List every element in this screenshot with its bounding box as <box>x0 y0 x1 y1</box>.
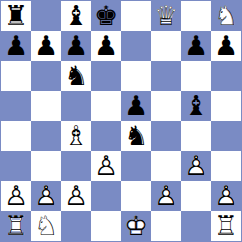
piece-black-pawn[interactable]: ♟ <box>61 31 91 61</box>
square-f1[interactable] <box>151 211 181 241</box>
piece-white-pawn[interactable]: ♟♙ <box>1 181 31 211</box>
piece-black-pawn[interactable]: ♟ <box>1 31 31 61</box>
square-a6[interactable] <box>1 61 31 91</box>
white-rook-outline-icon: ♖ <box>211 211 241 241</box>
square-h6[interactable] <box>211 61 241 91</box>
square-c5[interactable] <box>61 91 91 121</box>
piece-black-bishop[interactable]: ♝ <box>61 1 91 31</box>
black-bishop-icon: ♝ <box>181 91 211 121</box>
black-pawn-icon: ♟ <box>211 31 241 61</box>
square-g6[interactable] <box>181 61 211 91</box>
square-e3[interactable] <box>121 151 151 181</box>
piece-white-queen[interactable]: ♛♕ <box>151 1 181 31</box>
square-a2[interactable]: ♟♙ <box>1 181 31 211</box>
white-pawn-outline-icon: ♙ <box>31 181 61 211</box>
piece-white-pawn[interactable]: ♟♙ <box>211 181 241 211</box>
black-pawn-icon: ♟ <box>121 91 151 121</box>
piece-white-pawn[interactable]: ♟♙ <box>31 181 61 211</box>
square-f3[interactable] <box>151 151 181 181</box>
piece-white-king[interactable]: ♚♔ <box>121 211 151 241</box>
square-b6[interactable] <box>31 61 61 91</box>
square-c1[interactable] <box>61 211 91 241</box>
square-c7[interactable]: ♟ <box>61 31 91 61</box>
square-d1[interactable] <box>91 211 121 241</box>
black-king-icon: ♚ <box>91 1 121 31</box>
square-f6[interactable] <box>151 61 181 91</box>
square-d8[interactable]: ♚ <box>91 1 121 31</box>
square-d3[interactable]: ♟♙ <box>91 151 121 181</box>
square-g8[interactable] <box>181 1 211 31</box>
piece-white-bishop[interactable]: ♝♗ <box>61 121 91 151</box>
chess-board: ♜♝♚♛♕♞♘♟♟♟♟♟♟♞♟♝♝♗♞♟♙♟♙♟♙♟♙♟♙♟♙♟♙♜♖♞♘♚♔♜… <box>1 1 241 241</box>
square-g5[interactable]: ♝ <box>181 91 211 121</box>
piece-black-pawn[interactable]: ♟ <box>121 91 151 121</box>
square-h3[interactable] <box>211 151 241 181</box>
square-d2[interactable] <box>91 181 121 211</box>
piece-white-pawn[interactable]: ♟♙ <box>151 181 181 211</box>
square-f5[interactable] <box>151 91 181 121</box>
piece-white-knight[interactable]: ♞♘ <box>31 211 61 241</box>
square-c4[interactable]: ♝♗ <box>61 121 91 151</box>
square-a3[interactable] <box>1 151 31 181</box>
square-h2[interactable]: ♟♙ <box>211 181 241 211</box>
square-e6[interactable] <box>121 61 151 91</box>
white-pawn-outline-icon: ♙ <box>1 181 31 211</box>
square-e8[interactable] <box>121 1 151 31</box>
black-knight-icon: ♞ <box>61 61 91 91</box>
square-g2[interactable] <box>181 181 211 211</box>
square-h4[interactable] <box>211 121 241 151</box>
square-c3[interactable] <box>61 151 91 181</box>
square-f4[interactable] <box>151 121 181 151</box>
black-pawn-icon: ♟ <box>181 31 211 61</box>
black-rook-icon: ♜ <box>1 1 31 31</box>
square-c6[interactable]: ♞ <box>61 61 91 91</box>
square-h8[interactable]: ♞♘ <box>211 1 241 31</box>
square-g3[interactable]: ♟♙ <box>181 151 211 181</box>
square-e7[interactable] <box>121 31 151 61</box>
square-h1[interactable]: ♜♖ <box>211 211 241 241</box>
piece-black-rook[interactable]: ♜ <box>1 1 31 31</box>
white-knight-outline-icon: ♘ <box>31 211 61 241</box>
square-b8[interactable] <box>31 1 61 31</box>
square-g4[interactable] <box>181 121 211 151</box>
square-a4[interactable] <box>1 121 31 151</box>
square-d4[interactable] <box>91 121 121 151</box>
chess-board-frame: ♜♝♚♛♕♞♘♟♟♟♟♟♟♞♟♝♝♗♞♟♙♟♙♟♙♟♙♟♙♟♙♟♙♜♖♞♘♚♔♜… <box>0 0 242 242</box>
black-pawn-icon: ♟ <box>1 31 31 61</box>
white-queen-outline-icon: ♕ <box>151 1 181 31</box>
piece-black-pawn[interactable]: ♟ <box>91 31 121 61</box>
white-pawn-outline-icon: ♙ <box>61 181 91 211</box>
black-bishop-icon: ♝ <box>61 1 91 31</box>
square-a5[interactable] <box>1 91 31 121</box>
piece-black-pawn[interactable]: ♟ <box>211 31 241 61</box>
square-a7[interactable]: ♟ <box>1 31 31 61</box>
black-pawn-icon: ♟ <box>61 31 91 61</box>
white-bishop-outline-icon: ♗ <box>61 121 91 151</box>
square-f2[interactable]: ♟♙ <box>151 181 181 211</box>
square-f7[interactable] <box>151 31 181 61</box>
piece-white-rook[interactable]: ♜♖ <box>1 211 31 241</box>
square-d5[interactable] <box>91 91 121 121</box>
piece-white-rook[interactable]: ♜♖ <box>211 211 241 241</box>
white-rook-outline-icon: ♖ <box>1 211 31 241</box>
black-pawn-icon: ♟ <box>91 31 121 61</box>
white-king-outline-icon: ♔ <box>121 211 151 241</box>
white-knight-outline-icon: ♘ <box>211 1 241 31</box>
piece-black-knight[interactable]: ♞ <box>61 61 91 91</box>
square-g1[interactable] <box>181 211 211 241</box>
black-knight-icon: ♞ <box>121 121 151 151</box>
piece-white-pawn[interactable]: ♟♙ <box>181 151 211 181</box>
square-g7[interactable]: ♟ <box>181 31 211 61</box>
piece-black-king[interactable]: ♚ <box>91 1 121 31</box>
square-b2[interactable]: ♟♙ <box>31 181 61 211</box>
square-b3[interactable] <box>31 151 61 181</box>
square-d6[interactable] <box>91 61 121 91</box>
piece-black-pawn[interactable]: ♟ <box>31 31 61 61</box>
square-b4[interactable] <box>31 121 61 151</box>
white-pawn-outline-icon: ♙ <box>91 151 121 181</box>
piece-black-bishop[interactable]: ♝ <box>181 91 211 121</box>
white-pawn-outline-icon: ♙ <box>181 151 211 181</box>
square-h5[interactable] <box>211 91 241 121</box>
piece-black-pawn[interactable]: ♟ <box>181 31 211 61</box>
black-pawn-icon: ♟ <box>31 31 61 61</box>
square-c8[interactable]: ♝ <box>61 1 91 31</box>
square-e4[interactable]: ♞ <box>121 121 151 151</box>
piece-white-pawn[interactable]: ♟♙ <box>91 151 121 181</box>
square-e2[interactable] <box>121 181 151 211</box>
square-a8[interactable]: ♜ <box>1 1 31 31</box>
square-b7[interactable]: ♟ <box>31 31 61 61</box>
square-e5[interactable]: ♟ <box>121 91 151 121</box>
piece-white-knight[interactable]: ♞♘ <box>211 1 241 31</box>
square-f8[interactable]: ♛♕ <box>151 1 181 31</box>
square-d7[interactable]: ♟ <box>91 31 121 61</box>
square-e1[interactable]: ♚♔ <box>121 211 151 241</box>
square-a1[interactable]: ♜♖ <box>1 211 31 241</box>
square-b5[interactable] <box>31 91 61 121</box>
square-c2[interactable]: ♟♙ <box>61 181 91 211</box>
piece-black-knight[interactable]: ♞ <box>121 121 151 151</box>
piece-white-pawn[interactable]: ♟♙ <box>61 181 91 211</box>
white-pawn-outline-icon: ♙ <box>151 181 181 211</box>
square-h7[interactable]: ♟ <box>211 31 241 61</box>
white-pawn-outline-icon: ♙ <box>211 181 241 211</box>
square-b1[interactable]: ♞♘ <box>31 211 61 241</box>
